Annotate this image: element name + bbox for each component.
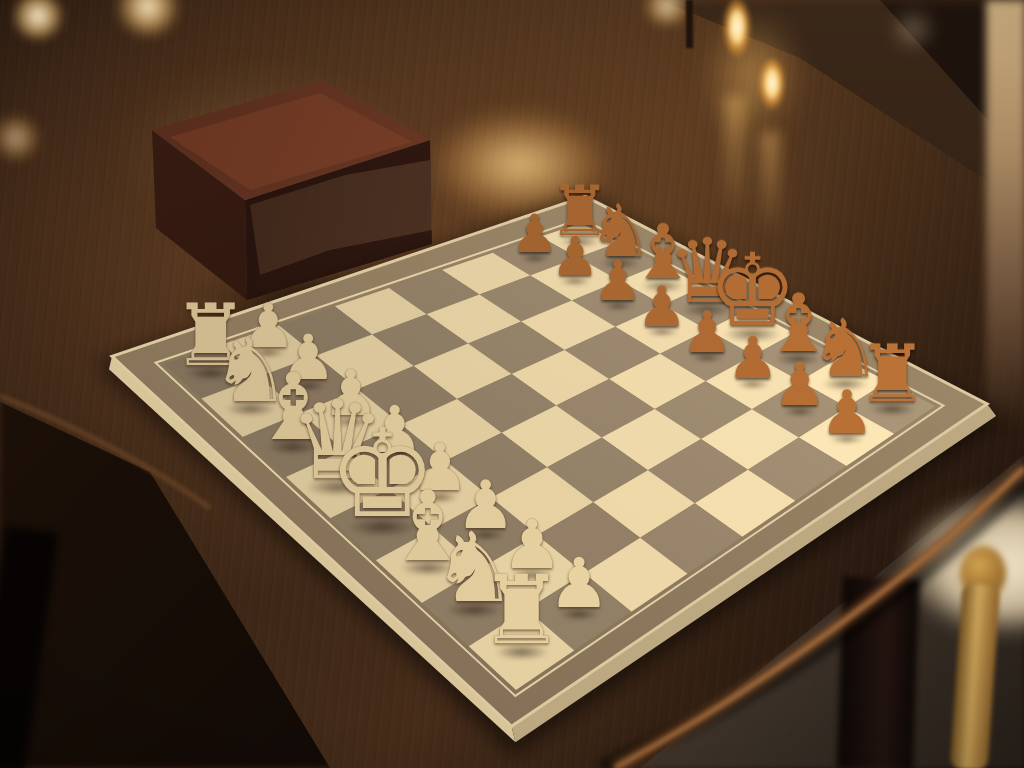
piece-black-pawn-g7: ♟ (773, 355, 826, 414)
piece-black-pawn-d7: ♟ (637, 278, 687, 334)
piece-black-pawn-f7: ♟ (727, 329, 779, 387)
piece-black-pawn-e7: ♟ (681, 303, 732, 360)
pieces-layer: ♜♞♝♛♚♝♞♜♟♟♟♟♟♟♟♟♟♟♟♟♟♟♟♟♜♞♝♛♚♝♞♜ (0, 0, 1024, 768)
piece-black-pawn-h7: ♟ (820, 382, 874, 442)
photo-scene: ♜♞♝♛♚♝♞♜♟♟♟♟♟♟♟♟♟♟♟♟♟♟♟♟♜♞♝♛♚♝♞♜ (0, 0, 1024, 768)
piece-white-rook-h1: ♜ (479, 563, 565, 659)
piece-black-pawn-b7: ♟ (551, 230, 599, 284)
piece-black-pawn-c7: ♟ (593, 254, 642, 309)
